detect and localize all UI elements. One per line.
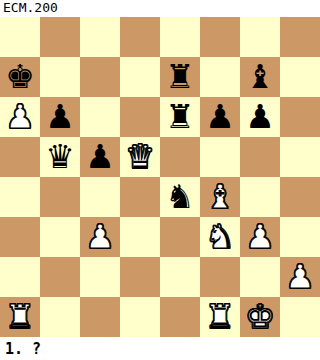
square-h8[interactable] [280,17,320,57]
square-d4[interactable] [120,177,160,217]
square-f4[interactable]: ♝ [200,177,240,217]
move-prompt: 1. ? [0,337,320,359]
square-a3[interactable] [0,217,40,257]
square-a1[interactable]: ♜ [0,297,40,337]
black-king: ♚ [5,57,35,97]
square-f8[interactable] [200,17,240,57]
square-b7[interactable] [40,57,80,97]
square-h2[interactable]: ♟ [280,257,320,297]
square-g3[interactable]: ♟ [240,217,280,257]
black-pawn: ♟ [85,137,115,177]
square-e1[interactable] [160,297,200,337]
chess-board: ♚♜♝♟♟♜♟♟♛♟♛♞♝♟♞♟♟♜♜♚ [0,17,320,337]
square-f5[interactable] [200,137,240,177]
black-pawn: ♟ [205,97,235,137]
square-h1[interactable] [280,297,320,337]
square-a5[interactable] [0,137,40,177]
square-h3[interactable] [280,217,320,257]
black-rook: ♜ [165,57,195,97]
square-c3[interactable]: ♟ [80,217,120,257]
white-pawn: ♟ [245,217,275,257]
square-a2[interactable] [0,257,40,297]
white-rook: ♜ [5,297,35,337]
square-c5[interactable]: ♟ [80,137,120,177]
square-e6[interactable]: ♜ [160,97,200,137]
square-h6[interactable] [280,97,320,137]
square-d3[interactable] [120,217,160,257]
square-e8[interactable] [160,17,200,57]
square-b6[interactable]: ♟ [40,97,80,137]
square-e7[interactable]: ♜ [160,57,200,97]
white-knight: ♞ [205,217,235,257]
square-d2[interactable] [120,257,160,297]
square-g1[interactable]: ♚ [240,297,280,337]
black-queen: ♛ [45,137,75,177]
square-g4[interactable] [240,177,280,217]
square-c1[interactable] [80,297,120,337]
square-b4[interactable] [40,177,80,217]
white-pawn: ♟ [5,97,35,137]
square-b8[interactable] [40,17,80,57]
square-g8[interactable] [240,17,280,57]
square-f7[interactable] [200,57,240,97]
square-e5[interactable] [160,137,200,177]
black-bishop: ♝ [245,57,275,97]
square-c8[interactable] [80,17,120,57]
black-rook: ♜ [165,97,195,137]
square-a8[interactable] [0,17,40,57]
square-c2[interactable] [80,257,120,297]
white-pawn: ♟ [85,217,115,257]
square-g6[interactable]: ♟ [240,97,280,137]
square-e4[interactable]: ♞ [160,177,200,217]
square-g5[interactable] [240,137,280,177]
square-d8[interactable] [120,17,160,57]
square-f6[interactable]: ♟ [200,97,240,137]
square-c6[interactable] [80,97,120,137]
square-h5[interactable] [280,137,320,177]
white-queen: ♛ [125,137,155,177]
square-a4[interactable] [0,177,40,217]
white-king: ♚ [245,297,275,337]
square-c4[interactable] [80,177,120,217]
square-b3[interactable] [40,217,80,257]
square-e2[interactable] [160,257,200,297]
diagram-header: ECM.200 [0,0,320,17]
square-d7[interactable] [120,57,160,97]
square-f1[interactable]: ♜ [200,297,240,337]
white-rook: ♜ [205,297,235,337]
square-d6[interactable] [120,97,160,137]
square-a7[interactable]: ♚ [0,57,40,97]
square-h7[interactable] [280,57,320,97]
square-h4[interactable] [280,177,320,217]
square-g7[interactable]: ♝ [240,57,280,97]
square-g2[interactable] [240,257,280,297]
white-pawn: ♟ [285,257,315,297]
square-a6[interactable]: ♟ [0,97,40,137]
square-b1[interactable] [40,297,80,337]
square-b2[interactable] [40,257,80,297]
black-pawn: ♟ [45,97,75,137]
square-f2[interactable] [200,257,240,297]
square-f3[interactable]: ♞ [200,217,240,257]
square-e3[interactable] [160,217,200,257]
white-bishop: ♝ [205,177,235,217]
black-knight: ♞ [165,177,195,217]
square-d5[interactable]: ♛ [120,137,160,177]
square-c7[interactable] [80,57,120,97]
square-d1[interactable] [120,297,160,337]
black-pawn: ♟ [245,97,275,137]
square-b5[interactable]: ♛ [40,137,80,177]
